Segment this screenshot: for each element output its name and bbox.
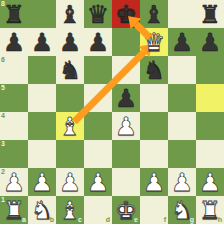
white-rook-a1[interactable]: ♜ <box>0 196 28 224</box>
file-label-d: d <box>106 216 110 224</box>
white-pawn-d2[interactable]: ♟ <box>84 168 112 196</box>
square-a5[interactable]: 5 <box>0 84 28 112</box>
square-f4[interactable] <box>140 112 168 140</box>
rank-label-4: 4 <box>1 112 5 120</box>
file-label-f: f <box>164 216 166 224</box>
white-pawn-c2[interactable]: ♟ <box>56 168 84 196</box>
rank-label-3: 3 <box>1 140 5 148</box>
black-queen-d8[interactable]: ♛ <box>84 0 112 28</box>
square-d4[interactable] <box>84 112 112 140</box>
white-knight-g1[interactable]: ♞ <box>168 196 196 224</box>
square-b8[interactable] <box>28 0 56 28</box>
black-pawn-a7[interactable]: ♟ <box>0 28 28 56</box>
square-f1[interactable]: f <box>140 196 168 224</box>
black-bishop-c8[interactable]: ♝ <box>56 0 84 28</box>
square-b5[interactable] <box>28 84 56 112</box>
square-e7[interactable] <box>112 28 140 56</box>
white-knight-b1[interactable]: ♞ <box>28 196 56 224</box>
square-b6[interactable] <box>28 56 56 84</box>
white-pawn-g2[interactable]: ♟ <box>168 168 196 196</box>
square-c3[interactable] <box>56 140 84 168</box>
black-pawn-h7[interactable]: ♟ <box>196 28 224 56</box>
white-rook-h1[interactable]: ♜ <box>196 196 224 224</box>
square-d1[interactable]: d <box>84 196 112 224</box>
rank-label-6: 6 <box>1 56 5 64</box>
black-pawn-g7[interactable]: ♟ <box>168 28 196 56</box>
square-h5[interactable] <box>196 84 224 112</box>
white-queen-f7[interactable]: ♛ <box>140 28 168 56</box>
white-king-e1[interactable]: ♚ <box>112 196 140 224</box>
square-h3[interactable] <box>196 140 224 168</box>
black-rook-h8[interactable]: ♜ <box>196 0 224 28</box>
square-e6[interactable] <box>112 56 140 84</box>
square-d3[interactable] <box>84 140 112 168</box>
square-g5[interactable] <box>168 84 196 112</box>
square-f3[interactable] <box>140 140 168 168</box>
black-king-e8[interactable]: ♚ <box>112 0 140 28</box>
square-g3[interactable] <box>168 140 196 168</box>
square-a4[interactable]: 4 <box>0 112 28 140</box>
square-h4[interactable] <box>196 112 224 140</box>
square-e2[interactable] <box>112 168 140 196</box>
square-g6[interactable] <box>168 56 196 84</box>
white-bishop-c4[interactable]: ♝ <box>56 112 84 140</box>
white-pawn-b2[interactable]: ♟ <box>28 168 56 196</box>
square-b4[interactable] <box>28 112 56 140</box>
black-pawn-c7[interactable]: ♟ <box>56 28 84 56</box>
white-pawn-h2[interactable]: ♟ <box>196 168 224 196</box>
white-pawn-f2[interactable]: ♟ <box>140 168 168 196</box>
white-pawn-a2[interactable]: ♟ <box>0 168 28 196</box>
square-e3[interactable] <box>112 140 140 168</box>
square-h6[interactable] <box>196 56 224 84</box>
square-d5[interactable] <box>84 84 112 112</box>
black-pawn-b7[interactable]: ♟ <box>28 28 56 56</box>
black-pawn-d7[interactable]: ♟ <box>84 28 112 56</box>
square-a3[interactable]: 3 <box>0 140 28 168</box>
black-pawn-e5[interactable]: ♟ <box>112 84 140 112</box>
black-knight-f6[interactable]: ♞ <box>140 56 168 84</box>
white-bishop-c1[interactable]: ♝ <box>56 196 84 224</box>
black-bishop-f8[interactable]: ♝ <box>140 0 168 28</box>
white-pawn-e4[interactable]: ♟ <box>112 112 140 140</box>
square-f5[interactable] <box>140 84 168 112</box>
black-rook-a8[interactable]: ♜ <box>0 0 28 28</box>
rank-label-5: 5 <box>1 84 5 92</box>
black-knight-c6[interactable]: ♞ <box>56 56 84 84</box>
square-g4[interactable] <box>168 112 196 140</box>
square-b3[interactable] <box>28 140 56 168</box>
square-c5[interactable] <box>56 84 84 112</box>
square-d6[interactable] <box>84 56 112 84</box>
square-g8[interactable] <box>168 0 196 28</box>
square-a6[interactable]: 6 <box>0 56 28 84</box>
